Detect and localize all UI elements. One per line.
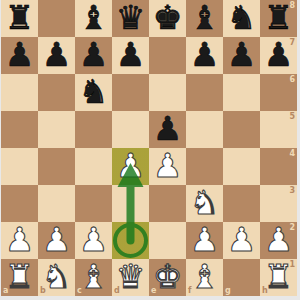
square-a7[interactable]: ♟: [1, 37, 38, 74]
piece-black-knight[interactable]: ♞: [75, 74, 112, 111]
square-f3[interactable]: ♞: [186, 185, 223, 222]
square-g3[interactable]: [223, 185, 260, 222]
square-g7[interactable]: ♟: [223, 37, 260, 74]
square-h2[interactable]: ♟2: [260, 222, 297, 259]
square-d1[interactable]: ♛d: [112, 259, 149, 296]
square-a5[interactable]: [1, 111, 38, 148]
piece-black-queen[interactable]: ♛: [112, 0, 149, 37]
piece-white-pawn[interactable]: ♟: [112, 148, 149, 185]
piece-black-rook[interactable]: ♜: [1, 0, 38, 37]
square-h7[interactable]: ♟7: [260, 37, 297, 74]
piece-black-pawn[interactable]: ♟: [149, 111, 186, 148]
piece-white-rook[interactable]: ♜: [260, 259, 297, 296]
chess-board: ♜♝♛♚♝♞♜8♟♟♟♟♟♟♟7♞6♟5♟♟4♞3♟♟♟♟♟♟2♜a♞b♝c♛d…: [1, 0, 297, 296]
piece-white-knight[interactable]: ♞: [38, 259, 75, 296]
piece-white-rook[interactable]: ♜: [1, 259, 38, 296]
square-h3[interactable]: 3: [260, 185, 297, 222]
piece-white-queen[interactable]: ♛: [112, 259, 149, 296]
square-b4[interactable]: [38, 148, 75, 185]
coord-rank-5: 5: [289, 112, 295, 121]
piece-black-pawn[interactable]: ♟: [1, 37, 38, 74]
square-d6[interactable]: [112, 74, 149, 111]
square-a3[interactable]: [1, 185, 38, 222]
piece-white-pawn[interactable]: ♟: [75, 222, 112, 259]
piece-white-king[interactable]: ♚: [149, 259, 186, 296]
square-b8[interactable]: [38, 0, 75, 37]
square-e6[interactable]: [149, 74, 186, 111]
square-a8[interactable]: ♜: [1, 0, 38, 37]
square-f2[interactable]: ♟: [186, 222, 223, 259]
piece-black-knight[interactable]: ♞: [223, 0, 260, 37]
piece-black-rook[interactable]: ♜: [260, 0, 297, 37]
square-a2[interactable]: ♟: [1, 222, 38, 259]
board-squares: ♜♝♛♚♝♞♜8♟♟♟♟♟♟♟7♞6♟5♟♟4♞3♟♟♟♟♟♟2♜a♞b♝c♛d…: [1, 0, 297, 296]
square-d7[interactable]: ♟: [112, 37, 149, 74]
piece-white-pawn[interactable]: ♟: [260, 222, 297, 259]
square-g5[interactable]: [223, 111, 260, 148]
square-d2[interactable]: [112, 222, 149, 259]
square-c6[interactable]: ♞: [75, 74, 112, 111]
square-d5[interactable]: [112, 111, 149, 148]
square-c3[interactable]: [75, 185, 112, 222]
piece-white-bishop[interactable]: ♝: [186, 259, 223, 296]
coord-rank-3: 3: [289, 186, 295, 195]
square-f8[interactable]: ♝: [186, 0, 223, 37]
square-f7[interactable]: ♟: [186, 37, 223, 74]
piece-white-pawn[interactable]: ♟: [186, 222, 223, 259]
piece-black-pawn[interactable]: ♟: [223, 37, 260, 74]
coord-file-g: g: [225, 286, 231, 295]
square-a1[interactable]: ♜a: [1, 259, 38, 296]
square-h6[interactable]: 6: [260, 74, 297, 111]
square-g6[interactable]: [223, 74, 260, 111]
square-c5[interactable]: [75, 111, 112, 148]
square-e8[interactable]: ♚: [149, 0, 186, 37]
piece-white-pawn[interactable]: ♟: [38, 222, 75, 259]
piece-black-king[interactable]: ♚: [149, 0, 186, 37]
piece-black-pawn[interactable]: ♟: [186, 37, 223, 74]
square-b3[interactable]: [38, 185, 75, 222]
piece-white-knight[interactable]: ♞: [186, 185, 223, 222]
piece-black-bishop[interactable]: ♝: [75, 0, 112, 37]
square-g1[interactable]: g: [223, 259, 260, 296]
piece-white-pawn[interactable]: ♟: [1, 222, 38, 259]
square-f6[interactable]: [186, 74, 223, 111]
square-d8[interactable]: ♛: [112, 0, 149, 37]
coord-rank-4: 4: [289, 149, 295, 158]
square-a4[interactable]: [1, 148, 38, 185]
square-c1[interactable]: ♝c: [75, 259, 112, 296]
square-e4[interactable]: ♟: [149, 148, 186, 185]
square-h1[interactable]: ♜1h: [260, 259, 297, 296]
square-c8[interactable]: ♝: [75, 0, 112, 37]
square-h4[interactable]: 4: [260, 148, 297, 185]
piece-black-pawn[interactable]: ♟: [112, 37, 149, 74]
square-g2[interactable]: ♟: [223, 222, 260, 259]
piece-black-pawn[interactable]: ♟: [75, 37, 112, 74]
square-e2[interactable]: [149, 222, 186, 259]
piece-black-bishop[interactable]: ♝: [186, 0, 223, 37]
square-g4[interactable]: [223, 148, 260, 185]
piece-white-bishop[interactable]: ♝: [75, 259, 112, 296]
piece-black-pawn[interactable]: ♟: [38, 37, 75, 74]
square-b1[interactable]: ♞b: [38, 259, 75, 296]
square-d3[interactable]: [112, 185, 149, 222]
square-h8[interactable]: ♜8: [260, 0, 297, 37]
coord-rank-6: 6: [289, 75, 295, 84]
page-background: ♜♝♛♚♝♞♜8♟♟♟♟♟♟♟7♞6♟5♟♟4♞3♟♟♟♟♟♟2♜a♞b♝c♛d…: [0, 0, 300, 300]
square-d4[interactable]: ♟: [112, 148, 149, 185]
square-b6[interactable]: [38, 74, 75, 111]
square-e3[interactable]: [149, 185, 186, 222]
square-c2[interactable]: ♟: [75, 222, 112, 259]
square-b2[interactable]: ♟: [38, 222, 75, 259]
square-b7[interactable]: ♟: [38, 37, 75, 74]
square-h5[interactable]: 5: [260, 111, 297, 148]
piece-white-pawn[interactable]: ♟: [223, 222, 260, 259]
square-f5[interactable]: [186, 111, 223, 148]
piece-white-pawn[interactable]: ♟: [149, 148, 186, 185]
square-f1[interactable]: ♝f: [186, 259, 223, 296]
square-f4[interactable]: [186, 148, 223, 185]
square-c4[interactable]: [75, 148, 112, 185]
piece-black-pawn[interactable]: ♟: [260, 37, 297, 74]
square-g8[interactable]: ♞: [223, 0, 260, 37]
square-b5[interactable]: [38, 111, 75, 148]
square-e7[interactable]: [149, 37, 186, 74]
square-e5[interactable]: ♟: [149, 111, 186, 148]
square-a6[interactable]: [1, 74, 38, 111]
square-c7[interactable]: ♟: [75, 37, 112, 74]
square-e1[interactable]: ♚e: [149, 259, 186, 296]
